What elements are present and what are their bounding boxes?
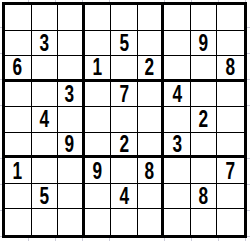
- sudoku-cell-r9c6[interactable]: [138, 209, 165, 235]
- given-digit: 3: [65, 82, 75, 106]
- given-digit: 8: [199, 184, 209, 208]
- sudoku-cell-r4c6[interactable]: [138, 82, 165, 108]
- sudoku-cell-r9c2[interactable]: [32, 209, 59, 235]
- sudoku-cell-r4c9[interactable]: [217, 82, 244, 108]
- sudoku-cell-r3c1[interactable]: 6: [5, 56, 32, 82]
- sudoku-cell-r1c6[interactable]: [138, 5, 165, 31]
- sudoku-cell-r6c3[interactable]: 9: [58, 133, 85, 159]
- given-digit: 7: [119, 82, 129, 106]
- sudoku-cell-r8c1[interactable]: [5, 184, 32, 210]
- sudoku-cell-r8c8[interactable]: 8: [191, 184, 218, 210]
- sudoku-cell-r9c8[interactable]: [191, 209, 218, 235]
- sudoku-cell-r1c4[interactable]: [85, 5, 112, 31]
- sudoku-cell-r4c1[interactable]: [5, 82, 32, 108]
- sudoku-cell-r7c5[interactable]: [111, 158, 138, 184]
- given-digit: 3: [40, 31, 50, 55]
- sudoku-cell-r5c9[interactable]: [217, 107, 244, 133]
- sudoku-cell-r8c5[interactable]: 4: [111, 184, 138, 210]
- sudoku-cell-r2c3[interactable]: [58, 31, 85, 57]
- sudoku-cell-r9c7[interactable]: [164, 209, 191, 235]
- sudoku-cell-r4c7[interactable]: 4: [164, 82, 191, 108]
- given-digit: 9: [199, 31, 209, 55]
- sudoku-cell-r3c6[interactable]: 2: [138, 56, 165, 82]
- given-digit: 9: [93, 159, 103, 183]
- given-digit: 4: [40, 107, 50, 131]
- sudoku-cell-r1c5[interactable]: [111, 5, 138, 31]
- sudoku-cell-r2c8[interactable]: 9: [191, 31, 218, 57]
- given-digit: 2: [199, 107, 209, 131]
- sudoku-cell-r4c2[interactable]: [32, 82, 59, 108]
- sudoku-cell-r3c5[interactable]: [111, 56, 138, 82]
- given-digit: 4: [119, 184, 129, 208]
- sudoku-cell-r2c2[interactable]: 3: [32, 31, 59, 57]
- sudoku-cell-r2c4[interactable]: [85, 31, 112, 57]
- sudoku-cell-r1c3[interactable]: [58, 5, 85, 31]
- sudoku-cell-r5c1[interactable]: [5, 107, 32, 133]
- sudoku-cell-r9c4[interactable]: [85, 209, 112, 235]
- sudoku-cell-r6c8[interactable]: [191, 133, 218, 159]
- sudoku-cell-r1c8[interactable]: [191, 5, 218, 31]
- given-digit: 4: [172, 82, 182, 106]
- sudoku-cell-r8c2[interactable]: 5: [32, 184, 59, 210]
- sudoku-cell-r5c8[interactable]: 2: [191, 107, 218, 133]
- given-digit: 3: [172, 133, 182, 156]
- given-digit: 1: [93, 56, 103, 79]
- sudoku-cell-r4c8[interactable]: [191, 82, 218, 108]
- sudoku-cell-r8c4[interactable]: [85, 184, 112, 210]
- sudoku-page: 3596128374429231987548: [0, 0, 250, 241]
- sudoku-cell-r6c9[interactable]: [217, 133, 244, 159]
- sudoku-cell-r7c8[interactable]: [191, 158, 218, 184]
- sudoku-cell-r8c7[interactable]: [164, 184, 191, 210]
- given-digit: 7: [226, 159, 236, 183]
- given-digit: 8: [145, 159, 155, 183]
- sudoku-cell-r5c6[interactable]: [138, 107, 165, 133]
- sudoku-cell-r6c6[interactable]: [138, 133, 165, 159]
- sudoku-cell-r5c7[interactable]: [164, 107, 191, 133]
- sudoku-cell-r3c8[interactable]: [191, 56, 218, 82]
- sudoku-cell-r5c5[interactable]: [111, 107, 138, 133]
- given-digit: 2: [145, 56, 155, 79]
- sudoku-cell-r3c3[interactable]: [58, 56, 85, 82]
- sudoku-cell-r2c7[interactable]: [164, 31, 191, 57]
- sudoku-cell-r7c1[interactable]: 1: [5, 158, 32, 184]
- sudoku-cell-r2c6[interactable]: [138, 31, 165, 57]
- given-digit: 8: [226, 56, 236, 79]
- sudoku-cell-r2c5[interactable]: 5: [111, 31, 138, 57]
- sudoku-cell-r7c7[interactable]: [164, 158, 191, 184]
- sudoku-cell-r4c4[interactable]: [85, 82, 112, 108]
- sudoku-cell-r6c7[interactable]: 3: [164, 133, 191, 159]
- sudoku-cell-r7c9[interactable]: 7: [217, 158, 244, 184]
- given-digit: 6: [13, 56, 23, 79]
- sudoku-cell-r5c3[interactable]: [58, 107, 85, 133]
- sudoku-cell-r7c2[interactable]: [32, 158, 59, 184]
- sudoku-cell-r4c5[interactable]: 7: [111, 82, 138, 108]
- sudoku-cell-r3c9[interactable]: 8: [217, 56, 244, 82]
- sudoku-cell-r9c9[interactable]: [217, 209, 244, 235]
- given-digit: 1: [13, 159, 23, 183]
- sudoku-cell-r9c3[interactable]: [58, 209, 85, 235]
- sudoku-cell-r1c7[interactable]: [164, 5, 191, 31]
- given-digit: 9: [65, 133, 75, 156]
- given-digit: 5: [119, 31, 129, 55]
- sudoku-cell-r7c4[interactable]: 9: [85, 158, 112, 184]
- sudoku-cell-r1c9[interactable]: [217, 5, 244, 31]
- sudoku-cell-r6c5[interactable]: 2: [111, 133, 138, 159]
- sudoku-cell-r9c5[interactable]: [111, 209, 138, 235]
- sudoku-cell-r3c2[interactable]: [32, 56, 59, 82]
- sudoku-cell-r1c2[interactable]: [32, 5, 59, 31]
- given-digit: 2: [119, 133, 129, 156]
- sudoku-cell-r8c6[interactable]: [138, 184, 165, 210]
- sudoku-cell-r1c1[interactable]: [5, 5, 32, 31]
- sudoku-cell-r7c6[interactable]: 8: [138, 158, 165, 184]
- sudoku-cell-r7c3[interactable]: [58, 158, 85, 184]
- sudoku-cell-r3c4[interactable]: 1: [85, 56, 112, 82]
- sudoku-cell-r6c4[interactable]: [85, 133, 112, 159]
- sudoku-cell-r3c7[interactable]: [164, 56, 191, 82]
- sudoku-cell-r8c9[interactable]: [217, 184, 244, 210]
- sudoku-cell-r4c3[interactable]: 3: [58, 82, 85, 108]
- sudoku-cell-r8c3[interactable]: [58, 184, 85, 210]
- sudoku-cell-r5c2[interactable]: 4: [32, 107, 59, 133]
- sudoku-cell-r2c1[interactable]: [5, 31, 32, 57]
- sudoku-cell-r2c9[interactable]: [217, 31, 244, 57]
- sudoku-cell-r6c2[interactable]: [32, 133, 59, 159]
- sudoku-cell-r9c1[interactable]: [5, 209, 32, 235]
- sudoku-cell-r5c4[interactable]: [85, 107, 112, 133]
- given-digit: 5: [40, 184, 50, 208]
- sudoku-board: 3596128374429231987548: [2, 2, 247, 238]
- sudoku-cell-r6c1[interactable]: [5, 133, 32, 159]
